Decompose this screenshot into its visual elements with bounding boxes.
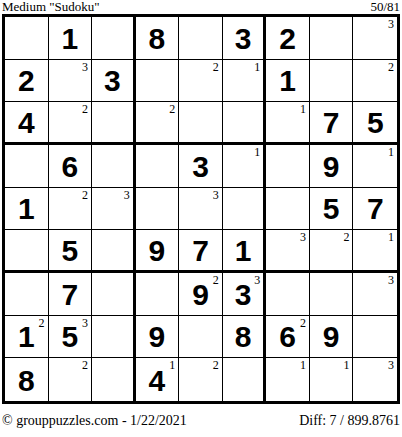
pencil-mark: 2 (213, 60, 219, 74)
cell-r6c3[interactable] (92, 230, 136, 273)
cell-r7c6[interactable]: 33 (223, 273, 267, 316)
cell-r6c5[interactable]: 7 (179, 230, 223, 273)
given-digit: 8 (235, 322, 252, 352)
cell-r5c1[interactable]: 1 (5, 188, 49, 231)
given-digit: 7 (192, 236, 209, 266)
given-digit: 3 (235, 280, 252, 310)
given-digit: 9 (149, 236, 166, 266)
cell-r8c9[interactable] (353, 316, 397, 359)
cell-r3c7[interactable]: 1 (266, 102, 310, 145)
cell-r8c4[interactable]: 9 (136, 316, 180, 359)
cell-r7c1[interactable] (5, 273, 49, 316)
cell-r3c5[interactable] (179, 102, 223, 145)
cell-r3c9[interactable]: 5 (353, 102, 397, 145)
pencil-mark: 1 (300, 102, 306, 116)
cell-r5c6[interactable] (223, 188, 267, 231)
pencil-mark: 3 (82, 316, 88, 330)
cell-r9c5[interactable]: 2 (179, 358, 223, 401)
pencil-mark: 2 (169, 102, 175, 116)
pencil-mark: 2 (300, 316, 306, 330)
pencil-mark: 1 (388, 230, 394, 244)
given-digit: 1 (61, 24, 78, 54)
given-digit: 9 (192, 280, 209, 310)
cell-r2c5[interactable]: 2 (179, 60, 223, 103)
cell-r4c8[interactable]: 9 (310, 145, 354, 188)
given-digit: 7 (61, 280, 78, 310)
given-digit: 3 (192, 152, 209, 182)
pencil-mark: 3 (388, 17, 394, 31)
given-digit: 6 (279, 322, 296, 352)
given-digit: 1 (235, 236, 252, 266)
given-digit: 4 (18, 108, 35, 138)
cell-r4c4[interactable] (136, 145, 180, 188)
cell-r4c1[interactable] (5, 145, 49, 188)
cell-r3c4[interactable]: 2 (136, 102, 180, 145)
pencil-mark: 2 (82, 188, 88, 202)
cell-r6c8[interactable]: 2 (310, 230, 354, 273)
cell-r7c4[interactable] (136, 273, 180, 316)
pencil-mark: 2 (343, 230, 349, 244)
given-digit: 3 (104, 66, 121, 96)
cell-r2c8[interactable] (310, 60, 354, 103)
cell-r2c9[interactable]: 2 (353, 60, 397, 103)
cell-r6c9[interactable]: 1 (353, 230, 397, 273)
cell-r7c8[interactable] (310, 273, 354, 316)
pencil-mark: 2 (213, 273, 219, 287)
cell-r1c5[interactable] (179, 17, 223, 60)
given-digit: 1 (18, 322, 35, 352)
cell-r1c6[interactable]: 3 (223, 17, 267, 60)
sudoku-grid: 1832323321124221756319112335759713217923… (2, 14, 400, 404)
cell-r4c6[interactable]: 1 (223, 145, 267, 188)
cell-r4c3[interactable] (92, 145, 136, 188)
given-digit: 5 (323, 194, 340, 224)
cell-r5c8[interactable]: 5 (310, 188, 354, 231)
given-digit: 7 (367, 194, 384, 224)
pencil-mark: 1 (169, 358, 175, 372)
given-digit: 3 (235, 24, 252, 54)
footer: © grouppuzzles.com - 1/22/2021 Diff: 7 /… (0, 404, 402, 437)
given-digit: 1 (18, 194, 35, 224)
cell-r8c6[interactable]: 8 (223, 316, 267, 359)
given-digit: 1 (279, 66, 296, 96)
pencil-mark: 2 (39, 316, 45, 330)
given-digit: 6 (61, 152, 78, 182)
cell-r2c3[interactable]: 3 (92, 60, 136, 103)
cell-r7c3[interactable] (92, 273, 136, 316)
page: Medium "Sudoku" 50/81 183232332112422175… (0, 0, 402, 437)
cell-r2c7[interactable]: 1 (266, 60, 310, 103)
copyright-text: © grouppuzzles.com - 1/22/2021 (2, 413, 187, 429)
cell-r8c1[interactable]: 12 (5, 316, 49, 359)
cell-r4c7[interactable] (266, 145, 310, 188)
cell-r1c4[interactable]: 8 (136, 17, 180, 60)
cell-r9c8[interactable]: 1 (310, 358, 354, 401)
pencil-mark: 1 (388, 145, 394, 159)
pencil-mark: 1 (254, 60, 260, 74)
cell-r5c7[interactable] (266, 188, 310, 231)
pencil-mark: 3 (388, 273, 394, 287)
pencil-mark: 1 (343, 358, 349, 372)
cell-r8c3[interactable] (92, 316, 136, 359)
cell-r2c1[interactable]: 2 (5, 60, 49, 103)
header: Medium "Sudoku" 50/81 (0, 0, 402, 14)
cell-r2c6[interactable]: 1 (223, 60, 267, 103)
cell-r9c9[interactable]: 3 (353, 358, 397, 401)
cell-r8c2[interactable]: 53 (49, 316, 93, 359)
given-digit: 9 (323, 152, 340, 182)
cell-r1c1[interactable] (5, 17, 49, 60)
cell-r1c9[interactable]: 3 (353, 17, 397, 60)
given-digit: 5 (61, 236, 78, 266)
cell-r3c3[interactable] (92, 102, 136, 145)
remaining-counter: 50/81 (370, 0, 400, 13)
cell-r1c7[interactable]: 2 (266, 17, 310, 60)
given-digit: 9 (149, 322, 166, 352)
pencil-mark: 2 (82, 102, 88, 116)
pencil-mark: 1 (254, 145, 260, 159)
pencil-mark: 3 (213, 188, 219, 202)
cell-r8c8[interactable]: 9 (310, 316, 354, 359)
cell-r9c7[interactable]: 1 (266, 358, 310, 401)
cell-r5c9[interactable]: 7 (353, 188, 397, 231)
cell-r6c4[interactable]: 9 (136, 230, 180, 273)
cell-r2c2[interactable]: 3 (49, 60, 93, 103)
pencil-mark: 2 (388, 60, 394, 74)
cell-r5c2[interactable]: 2 (49, 188, 93, 231)
cell-r7c7[interactable] (266, 273, 310, 316)
difficulty-text: Diff: 7 / 899.8761 (299, 413, 400, 429)
pencil-mark: 3 (254, 273, 260, 287)
cell-r3c8[interactable]: 7 (310, 102, 354, 145)
cell-r3c1[interactable]: 4 (5, 102, 49, 145)
given-digit: 5 (367, 108, 384, 138)
pencil-mark: 3 (388, 358, 394, 372)
cell-r8c5[interactable] (179, 316, 223, 359)
cell-r5c5[interactable]: 3 (179, 188, 223, 231)
cell-r2c4[interactable] (136, 60, 180, 103)
given-digit: 5 (61, 322, 78, 352)
cell-r4c2[interactable]: 6 (49, 145, 93, 188)
cell-r7c9[interactable]: 3 (353, 273, 397, 316)
cell-r9c2[interactable]: 2 (49, 358, 93, 401)
cell-r9c1[interactable]: 8 (5, 358, 49, 401)
puzzle-title: Medium "Sudoku" (2, 0, 100, 13)
given-digit: 2 (18, 66, 35, 96)
cell-r9c6[interactable] (223, 358, 267, 401)
pencil-mark: 3 (82, 60, 88, 74)
cell-r1c2[interactable]: 1 (49, 17, 93, 60)
given-digit: 8 (18, 366, 35, 396)
given-digit: 7 (323, 108, 340, 138)
pencil-mark: 1 (300, 358, 306, 372)
given-digit: 8 (149, 24, 166, 54)
cell-r6c7[interactable]: 3 (266, 230, 310, 273)
cell-r6c1[interactable] (5, 230, 49, 273)
given-digit: 9 (323, 322, 340, 352)
cell-r4c5[interactable]: 3 (179, 145, 223, 188)
pencil-mark: 3 (300, 230, 306, 244)
cell-r7c5[interactable]: 92 (179, 273, 223, 316)
pencil-mark: 2 (82, 358, 88, 372)
given-digit: 4 (149, 366, 166, 396)
cell-r5c4[interactable] (136, 188, 180, 231)
cell-r1c8[interactable] (310, 17, 354, 60)
cell-r9c4[interactable]: 41 (136, 358, 180, 401)
pencil-mark: 2 (213, 358, 219, 372)
cell-r8c7[interactable]: 62 (266, 316, 310, 359)
cell-r6c6[interactable]: 1 (223, 230, 267, 273)
cell-r5c3[interactable]: 3 (92, 188, 136, 231)
cell-r1c3[interactable] (92, 17, 136, 60)
cell-r6c2[interactable]: 5 (49, 230, 93, 273)
cell-r9c3[interactable] (92, 358, 136, 401)
cell-r3c2[interactable]: 2 (49, 102, 93, 145)
cell-r3c6[interactable] (223, 102, 267, 145)
cell-r4c9[interactable]: 1 (353, 145, 397, 188)
given-digit: 2 (279, 24, 296, 54)
pencil-mark: 3 (124, 188, 130, 202)
cell-r7c2[interactable]: 7 (49, 273, 93, 316)
